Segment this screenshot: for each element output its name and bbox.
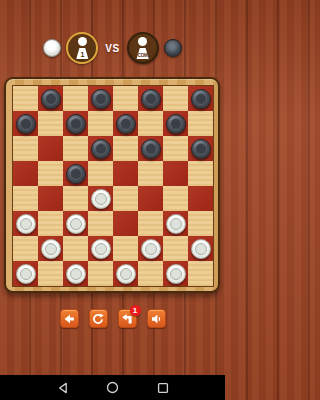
board-cell[interactable]	[163, 111, 188, 136]
board-cell[interactable]	[138, 161, 163, 186]
board-cell[interactable]	[113, 136, 138, 161]
board-cell[interactable]	[188, 136, 213, 161]
board-cell[interactable]	[13, 111, 38, 136]
board-cell[interactable]	[63, 261, 88, 286]
speaker-icon	[150, 313, 162, 325]
checkers-board[interactable]	[12, 85, 214, 287]
black-piece[interactable]	[191, 139, 211, 159]
board-cell[interactable]	[138, 236, 163, 261]
board-cell[interactable]	[188, 186, 213, 211]
white-piece[interactable]	[116, 264, 136, 284]
white-piece[interactable]	[91, 239, 111, 259]
board-cell[interactable]	[13, 261, 38, 286]
white-piece[interactable]	[66, 264, 86, 284]
board-cell[interactable]	[88, 111, 113, 136]
board-cell[interactable]	[13, 136, 38, 161]
player2-label: COM	[129, 53, 157, 58]
player1-label: 1	[68, 51, 96, 58]
board-cell[interactable]	[13, 186, 38, 211]
restart-button[interactable]	[89, 309, 108, 328]
board-cell[interactable]	[163, 261, 188, 286]
black-piece[interactable]	[16, 114, 36, 134]
board-cell[interactable]	[13, 86, 38, 111]
vs-label: VS	[105, 43, 119, 54]
board-cell[interactable]	[163, 136, 188, 161]
white-piece[interactable]	[16, 264, 36, 284]
board-cell[interactable]	[38, 86, 63, 111]
player1-avatar: 1	[66, 32, 98, 64]
board-cell[interactable]	[138, 186, 163, 211]
android-nav-bar	[0, 375, 225, 400]
back-arrow-icon	[63, 313, 75, 325]
black-piece[interactable]	[41, 89, 61, 109]
game-toolbar: 1	[0, 309, 225, 328]
board-cell[interactable]	[38, 186, 63, 211]
black-checker-indicator	[164, 39, 182, 57]
white-piece[interactable]	[191, 239, 211, 259]
checkers-board-frame	[4, 77, 220, 293]
nav-back-button[interactable]	[56, 381, 69, 394]
nav-home-button[interactable]	[106, 381, 119, 394]
board-cell[interactable]	[63, 161, 88, 186]
black-piece[interactable]	[91, 139, 111, 159]
board-cell[interactable]	[188, 161, 213, 186]
board-cell[interactable]	[113, 86, 138, 111]
undo-count-badge: 1	[130, 305, 141, 316]
board-cell[interactable]	[113, 186, 138, 211]
white-piece[interactable]	[166, 264, 186, 284]
board-cell[interactable]	[138, 111, 163, 136]
board-cell[interactable]	[88, 261, 113, 286]
board-cell[interactable]	[63, 186, 88, 211]
black-piece[interactable]	[66, 164, 86, 184]
board-cell[interactable]	[188, 86, 213, 111]
board-cell[interactable]	[88, 186, 113, 211]
board-cell[interactable]	[88, 211, 113, 236]
recents-square-icon	[157, 382, 169, 394]
white-piece[interactable]	[16, 214, 36, 234]
board-cell[interactable]	[113, 236, 138, 261]
board-cell[interactable]	[113, 111, 138, 136]
board-cell[interactable]	[38, 211, 63, 236]
board-cell[interactable]	[13, 161, 38, 186]
board-cell[interactable]	[163, 236, 188, 261]
home-circle-icon	[106, 381, 119, 394]
board-cell[interactable]	[13, 211, 38, 236]
sound-button[interactable]	[147, 309, 166, 328]
board-cell[interactable]	[188, 261, 213, 286]
black-piece[interactable]	[91, 89, 111, 109]
person-icon	[138, 37, 147, 46]
player2-avatar: COM	[127, 32, 159, 64]
white-piece[interactable]	[141, 239, 161, 259]
back-button[interactable]	[60, 309, 79, 328]
board-cell[interactable]	[63, 86, 88, 111]
board-cell[interactable]	[188, 211, 213, 236]
board-cell[interactable]	[113, 161, 138, 186]
board-cell[interactable]	[138, 86, 163, 111]
board-cell[interactable]	[113, 211, 138, 236]
board-cell[interactable]	[138, 136, 163, 161]
board-cell[interactable]	[188, 236, 213, 261]
black-piece[interactable]	[166, 114, 186, 134]
board-cell[interactable]	[163, 211, 188, 236]
board-cell[interactable]	[88, 136, 113, 161]
person-icon	[78, 37, 87, 46]
nav-recents-button[interactable]	[156, 381, 169, 394]
board-cell[interactable]	[138, 211, 163, 236]
undo-button[interactable]: 1	[118, 309, 137, 328]
board-cell[interactable]	[63, 211, 88, 236]
board-cell[interactable]	[38, 261, 63, 286]
board-cell[interactable]	[163, 186, 188, 211]
white-piece[interactable]	[166, 214, 186, 234]
board-cell[interactable]	[63, 236, 88, 261]
board-cell[interactable]	[38, 161, 63, 186]
board-cell[interactable]	[163, 161, 188, 186]
black-piece[interactable]	[141, 139, 161, 159]
black-piece[interactable]	[191, 89, 211, 109]
restart-icon	[92, 313, 104, 325]
white-checker-indicator	[43, 39, 61, 57]
board-cell[interactable]	[188, 111, 213, 136]
white-piece[interactable]	[41, 239, 61, 259]
board-cell[interactable]	[88, 161, 113, 186]
back-triangle-icon	[57, 382, 69, 394]
board-cell[interactable]	[163, 86, 188, 111]
match-header: 1 VS COM	[0, 31, 225, 65]
white-piece[interactable]	[91, 189, 111, 209]
board-cell[interactable]	[113, 261, 138, 286]
black-piece[interactable]	[66, 114, 86, 134]
board-cell[interactable]	[138, 261, 163, 286]
board-cell[interactable]	[38, 111, 63, 136]
black-piece[interactable]	[116, 114, 136, 134]
board-cell[interactable]	[63, 136, 88, 161]
board-cell[interactable]	[38, 136, 63, 161]
white-piece[interactable]	[66, 214, 86, 234]
black-piece[interactable]	[141, 89, 161, 109]
board-cell[interactable]	[13, 236, 38, 261]
board-cell[interactable]	[38, 236, 63, 261]
board-cell[interactable]	[88, 86, 113, 111]
board-cell[interactable]	[88, 236, 113, 261]
board-cell[interactable]	[63, 111, 88, 136]
